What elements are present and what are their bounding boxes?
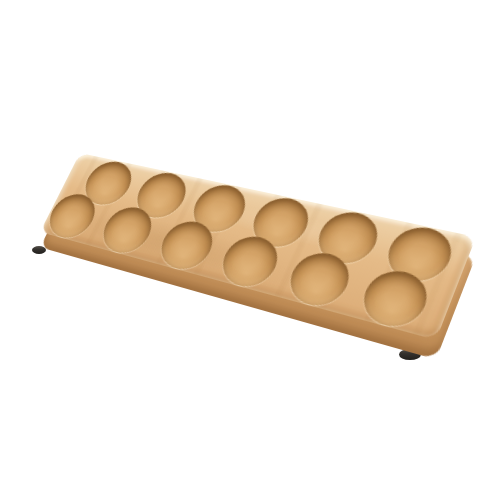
mancala-board bbox=[40, 153, 476, 340]
product-photo-scene bbox=[0, 0, 500, 500]
rubber-foot-front-left bbox=[32, 246, 46, 254]
